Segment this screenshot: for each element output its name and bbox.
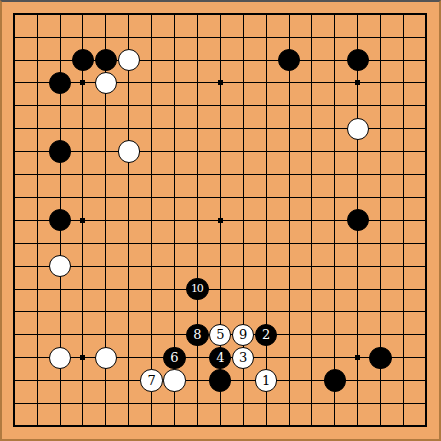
stone-white-H3 <box>163 369 185 391</box>
stone-white-E4 <box>95 347 117 369</box>
star-point <box>218 218 223 223</box>
stone-move-number: 6 <box>170 351 178 364</box>
grid-line-vertical <box>403 14 404 426</box>
stone-white-E16 <box>95 72 117 94</box>
board-surface: 12345678910 <box>2 2 439 439</box>
stone-move-number: 2 <box>262 328 270 341</box>
go-board: 12345678910 <box>0 0 441 441</box>
grid-line-vertical <box>311 14 312 426</box>
stone-white-move-7: 7 <box>140 369 162 391</box>
stone-move-number: 8 <box>193 328 201 341</box>
grid-line-horizontal <box>14 311 426 312</box>
stone-black-move-2: 2 <box>255 324 277 346</box>
star-point <box>355 355 360 360</box>
stone-black-move-8: 8 <box>186 324 208 346</box>
stone-move-number: 1 <box>262 374 270 387</box>
stone-move-number: 5 <box>216 328 224 341</box>
grid-line-horizontal <box>14 403 426 404</box>
grid-line-vertical <box>334 14 335 426</box>
stone-white-F17 <box>118 49 140 71</box>
stone-move-number: 4 <box>216 351 224 364</box>
grid-line-vertical <box>266 14 267 426</box>
stone-white-Q14 <box>347 118 369 140</box>
star-point <box>80 80 85 85</box>
grid-line-horizontal <box>14 243 426 244</box>
star-point <box>355 80 360 85</box>
stone-white-C4 <box>49 347 71 369</box>
stone-black-R4 <box>369 347 391 369</box>
stone-black-move-10: 10 <box>186 278 208 300</box>
stone-white-move-1: 1 <box>255 369 277 391</box>
grid-line-vertical <box>289 14 290 426</box>
star-point <box>80 218 85 223</box>
stone-black-E17 <box>95 49 117 71</box>
stone-move-number: 10 <box>191 283 203 294</box>
stone-black-D17 <box>72 49 94 71</box>
stone-move-number: 7 <box>147 374 155 387</box>
stone-black-Q17 <box>347 49 369 71</box>
stone-move-number: 9 <box>239 328 247 341</box>
stone-black-C16 <box>49 72 71 94</box>
stone-white-F13 <box>118 140 140 162</box>
stone-black-P3 <box>324 369 346 391</box>
stone-black-move-6: 6 <box>163 347 185 369</box>
star-point <box>218 80 223 85</box>
stone-black-C13 <box>49 140 71 162</box>
star-point <box>80 355 85 360</box>
grid-line-horizontal <box>14 289 426 290</box>
stone-move-number: 3 <box>239 351 247 364</box>
grid-line-horizontal <box>14 266 426 267</box>
